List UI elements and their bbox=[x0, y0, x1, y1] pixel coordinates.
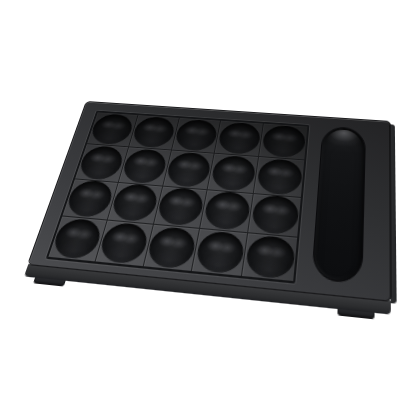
pit-cavity bbox=[250, 195, 299, 236]
pit-cell[interactable] bbox=[248, 194, 301, 238]
pit-cavity bbox=[202, 191, 251, 231]
pit-cavity bbox=[173, 119, 219, 152]
pit-cavity bbox=[155, 187, 205, 226]
pit-cell[interactable] bbox=[153, 186, 207, 229]
pit-cavity bbox=[210, 155, 257, 192]
pit-cavity bbox=[217, 122, 262, 156]
pit-cell[interactable] bbox=[242, 233, 297, 281]
mancala-tray bbox=[27, 101, 392, 302]
pit-cavity bbox=[77, 145, 126, 180]
pit-cell[interactable] bbox=[171, 118, 221, 154]
pit-cell[interactable] bbox=[208, 154, 259, 194]
product-photo-scene bbox=[0, 0, 416, 416]
pit-cavity bbox=[64, 180, 116, 218]
pit-cell[interactable] bbox=[259, 124, 307, 161]
pit-cell[interactable] bbox=[143, 224, 200, 271]
pit-cell[interactable] bbox=[163, 151, 215, 190]
pit-cavity bbox=[130, 116, 177, 149]
store-trough[interactable] bbox=[311, 126, 366, 284]
pit-cavity bbox=[165, 152, 213, 188]
pit-grid bbox=[46, 111, 310, 284]
pit-cavity bbox=[256, 158, 303, 195]
pit-cell[interactable] bbox=[215, 121, 264, 158]
pit-cavity bbox=[97, 221, 151, 264]
pit-cell[interactable] bbox=[200, 190, 254, 233]
pit-cell[interactable] bbox=[192, 229, 248, 276]
pit-cavity bbox=[120, 148, 169, 184]
pit-cavity bbox=[261, 125, 306, 159]
pit-cavity bbox=[145, 226, 198, 270]
pit-cell[interactable] bbox=[254, 157, 304, 197]
pit-cavity bbox=[244, 234, 296, 280]
pit-cavity bbox=[194, 230, 246, 275]
pit-cavity bbox=[109, 183, 160, 222]
store-lip-highlight-icon bbox=[324, 129, 362, 162]
pit-cavity bbox=[89, 113, 136, 145]
